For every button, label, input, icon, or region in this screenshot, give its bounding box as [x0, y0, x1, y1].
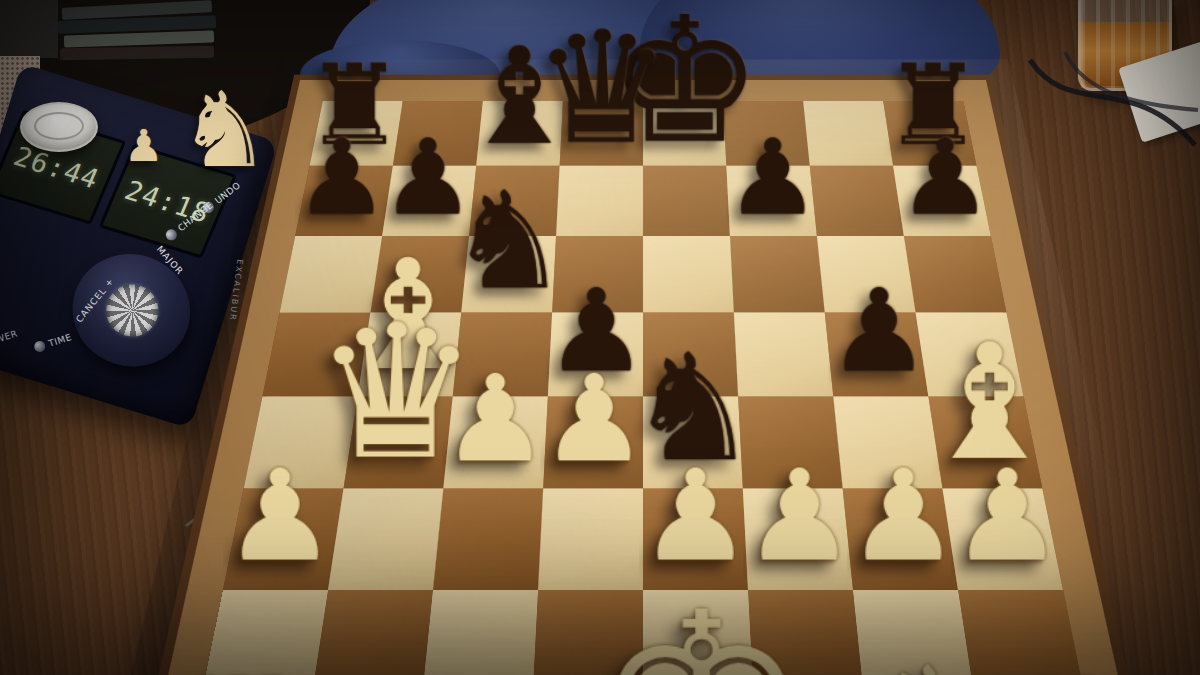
- clock-plunger-button[interactable]: [20, 102, 98, 152]
- white-pawn-a3[interactable]: ♟: [223, 465, 336, 569]
- black-pawn-f7[interactable]: ♟: [725, 135, 819, 221]
- clock-dial-knob[interactable]: CANCEL + MAJOR: [59, 239, 205, 381]
- square-e7[interactable]: [643, 166, 730, 236]
- clock-brand: EXCALIBUR: [228, 259, 245, 322]
- square-b4[interactable]: ♛: [344, 396, 453, 488]
- square-e6[interactable]: [643, 236, 734, 313]
- black-queen-d8[interactable]: ♛: [532, 25, 671, 152]
- white-pawn-f3[interactable]: ♟: [742, 465, 855, 569]
- cd-stack-item: [64, 30, 214, 47]
- square-g5[interactable]: ♟: [825, 313, 929, 397]
- square-b2[interactable]: [311, 590, 433, 675]
- square-b3[interactable]: [328, 489, 443, 591]
- square-c3[interactable]: [433, 489, 543, 591]
- white-pawn-e3[interactable]: ♟: [638, 465, 751, 569]
- clock-button-time[interactable]: TIME: [33, 331, 73, 353]
- time-button-icon[interactable]: [33, 340, 47, 354]
- time-button-label: TIME: [47, 331, 73, 348]
- power-button-label: POWER: [0, 328, 19, 349]
- square-a3[interactable]: ♟: [223, 489, 344, 591]
- square-h3[interactable]: ♟: [942, 489, 1063, 591]
- captured-white-pawn[interactable]: ♟: [124, 124, 163, 168]
- white-pawn-h3[interactable]: ♟: [950, 465, 1063, 569]
- square-f7[interactable]: ♟: [726, 166, 817, 236]
- speaker-box: [0, 0, 58, 58]
- white-king-e1[interactable]: ♚: [592, 603, 810, 675]
- square-d8[interactable]: ♛: [560, 101, 643, 166]
- square-g3[interactable]: ♟: [843, 489, 958, 591]
- square-h7[interactable]: ♟: [893, 166, 991, 236]
- black-pawn-g5[interactable]: ♟: [827, 285, 930, 379]
- square-g7[interactable]: [810, 166, 904, 236]
- chessboard: ♜♝♛♚♜♟♟♟♟♞♝♟♟♛♟♟♞♝♟♟♟♟♟♜♚♞♜: [124, 80, 1162, 675]
- captured-white-knight[interactable]: ♞: [178, 78, 271, 182]
- black-pawn-a7[interactable]: ♟: [294, 135, 388, 221]
- cd-stack-item: [60, 46, 214, 61]
- square-d7[interactable]: [556, 166, 643, 236]
- clock-button-power[interactable]: POWER: [0, 327, 19, 353]
- square-f6[interactable]: [730, 236, 825, 313]
- black-pawn-h7[interactable]: ♟: [898, 135, 992, 221]
- white-queen-b4[interactable]: ♛: [313, 317, 479, 469]
- chessboard-perspective-wrap: ♜♝♛♚♜♟♟♟♟♞♝♟♟♛♟♟♞♝♟♟♟♟♟♜♚♞♜: [124, 80, 1162, 675]
- white-pawn-g3[interactable]: ♟: [846, 465, 959, 569]
- square-c2[interactable]: [421, 590, 538, 675]
